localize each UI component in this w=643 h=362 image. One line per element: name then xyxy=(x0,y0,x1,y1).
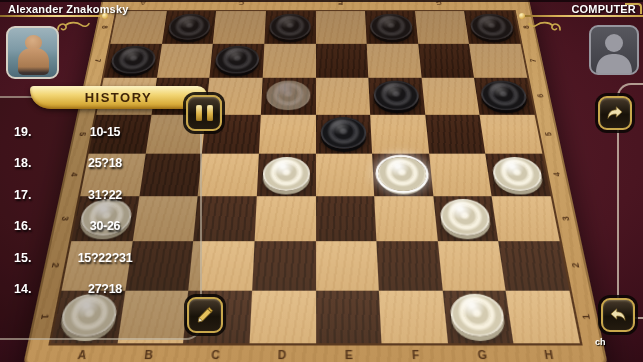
history-move-text: 27?18 xyxy=(46,282,164,296)
square-e5[interactable] xyxy=(316,114,373,153)
file-label-top-blank xyxy=(266,0,316,9)
corner-text: ch xyxy=(595,337,606,347)
computer-avatar xyxy=(589,25,639,75)
square-f7[interactable] xyxy=(367,43,422,77)
file-label-d: D xyxy=(248,345,315,362)
gold-dot-left xyxy=(102,13,108,19)
history-banner: HISTORY xyxy=(30,86,207,109)
piece-black-d8[interactable] xyxy=(269,14,311,40)
piece-black-a7[interactable] xyxy=(109,46,156,73)
gold-dot-right xyxy=(519,13,525,19)
square-g5[interactable] xyxy=(425,114,486,153)
history-move-number: 19. xyxy=(14,125,46,139)
piece-black-f8[interactable] xyxy=(370,14,413,40)
square-g3[interactable] xyxy=(433,196,499,241)
piece-black-e5[interactable] xyxy=(320,117,366,148)
pencil-icon xyxy=(195,305,215,325)
history-move-list: 19.10-1518.25?1817.31?2216.30-2615.15?22… xyxy=(0,116,200,305)
square-g8[interactable] xyxy=(415,11,469,43)
square-h4[interactable] xyxy=(486,154,551,196)
square-g7[interactable] xyxy=(418,43,474,77)
piece-white-f4[interactable] xyxy=(377,157,427,191)
game-screen: ACEG ABCDEFGH 87654321 87654321 Alexande… xyxy=(0,0,643,362)
square-f3[interactable] xyxy=(374,196,437,241)
file-label-top-e: E xyxy=(316,0,366,9)
file-label-top-g: G xyxy=(414,0,465,9)
file-labels-bottom: ABCDEFGH xyxy=(47,345,584,362)
square-e4[interactable] xyxy=(316,154,375,196)
square-d3[interactable] xyxy=(254,196,315,241)
square-d6[interactable] xyxy=(261,78,316,115)
history-row: 19.10-15 xyxy=(0,116,200,148)
square-e1[interactable] xyxy=(316,290,382,343)
square-a7[interactable] xyxy=(104,43,162,77)
square-h8[interactable] xyxy=(464,11,520,43)
history-row: 15.15?22?31 xyxy=(0,242,200,274)
piece-white-g1[interactable] xyxy=(449,294,507,336)
history-move-number: 18. xyxy=(14,156,46,170)
history-row: 18.25?18 xyxy=(0,148,200,180)
file-label-b: B xyxy=(114,345,183,362)
piece-black-h6[interactable] xyxy=(480,81,529,110)
square-g1[interactable] xyxy=(442,290,513,343)
piece-black-b8[interactable] xyxy=(167,14,212,40)
pause-icon xyxy=(196,105,202,121)
undo-button[interactable] xyxy=(601,298,635,332)
file-label-g: G xyxy=(448,345,517,362)
square-e8[interactable] xyxy=(316,11,367,43)
square-e3[interactable] xyxy=(316,196,377,241)
square-f2[interactable] xyxy=(377,241,443,290)
avatar-photo-torso xyxy=(18,48,49,75)
history-row: 16.30-26 xyxy=(0,211,200,243)
square-f5[interactable] xyxy=(370,114,429,153)
square-a8[interactable] xyxy=(111,11,167,43)
file-label-top-blank xyxy=(463,0,514,9)
square-d4[interactable] xyxy=(257,154,316,196)
corner-ornament-top-right xyxy=(625,3,642,14)
square-g4[interactable] xyxy=(429,154,492,196)
edit-button[interactable] xyxy=(187,297,223,333)
piece-white-h4[interactable] xyxy=(491,157,544,191)
file-label-h: H xyxy=(514,345,584,362)
square-c4[interactable] xyxy=(198,154,259,196)
square-h1[interactable] xyxy=(506,290,580,343)
history-move-text: 15?22?31 xyxy=(46,251,164,265)
square-c3[interactable] xyxy=(193,196,256,241)
square-d2[interactable] xyxy=(252,241,315,290)
flourish-ornament-right xyxy=(528,21,562,33)
square-b8[interactable] xyxy=(162,11,216,43)
pause-button[interactable] xyxy=(186,95,222,131)
square-g2[interactable] xyxy=(438,241,506,290)
player-name-underline xyxy=(0,15,104,17)
file-label-top-blank xyxy=(365,0,415,9)
square-b7[interactable] xyxy=(157,43,213,77)
square-f4[interactable] xyxy=(372,154,433,196)
file-label-c: C xyxy=(181,345,249,362)
file-label-a: A xyxy=(47,345,117,362)
square-h3[interactable] xyxy=(492,196,560,241)
piece-black-c7[interactable] xyxy=(215,46,260,73)
history-move-number: 17. xyxy=(14,188,46,202)
piece-white-d6[interactable] xyxy=(266,81,311,110)
file-label-f: F xyxy=(382,345,450,362)
square-h7[interactable] xyxy=(469,43,527,77)
history-move-number: 14. xyxy=(14,282,46,296)
square-f8[interactable] xyxy=(365,11,418,43)
history-move-text: 10-15 xyxy=(46,125,164,139)
square-f6[interactable] xyxy=(368,78,425,115)
square-e7[interactable] xyxy=(316,43,369,77)
file-label-top-blank xyxy=(167,0,218,9)
history-move-number: 15. xyxy=(14,251,46,265)
redo-arrow-icon xyxy=(605,103,625,123)
square-g6[interactable] xyxy=(421,78,479,115)
file-label-e: E xyxy=(316,345,383,362)
history-move-text: 31?22 xyxy=(46,188,164,202)
square-h6[interactable] xyxy=(474,78,534,115)
piece-white-g3[interactable] xyxy=(439,199,493,235)
square-f1[interactable] xyxy=(379,290,448,343)
history-move-text: 25?18 xyxy=(46,156,164,170)
square-h5[interactable] xyxy=(480,114,543,153)
player-name: Alexander Znakomsky xyxy=(8,3,129,15)
square-d8[interactable] xyxy=(264,11,315,43)
file-labels-top: ACEG xyxy=(117,0,513,9)
piece-black-h8[interactable] xyxy=(469,14,515,40)
square-d5[interactable] xyxy=(259,114,316,153)
piece-black-f6[interactable] xyxy=(373,81,419,110)
square-e6[interactable] xyxy=(316,78,371,115)
history-row: 14.27?18 xyxy=(0,274,200,306)
person-silhouette-icon xyxy=(591,27,637,73)
flourish-ornament-left xyxy=(56,21,90,33)
square-d7[interactable] xyxy=(263,43,316,77)
history-move-text: 30-26 xyxy=(46,219,164,233)
square-d1[interactable] xyxy=(249,290,315,343)
square-h2[interactable] xyxy=(499,241,570,290)
history-move-number: 16. xyxy=(14,219,46,233)
square-c8[interactable] xyxy=(213,11,266,43)
square-e2[interactable] xyxy=(316,241,379,290)
square-c7[interactable] xyxy=(210,43,265,77)
redo-button[interactable] xyxy=(598,96,632,130)
computer-name-underline xyxy=(521,15,643,17)
file-label-top-c: C xyxy=(216,0,266,9)
history-row: 17.31?22 xyxy=(0,179,200,211)
piece-white-d4[interactable] xyxy=(262,157,310,191)
player-avatar xyxy=(6,26,59,79)
undo-arrow-icon xyxy=(608,305,628,325)
